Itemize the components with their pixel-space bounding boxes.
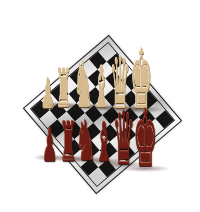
red-pawn: ♟ [41,133,58,158]
red-king: ♚ [131,110,159,169]
natural-rook: ♜ [55,73,74,106]
pieces-layer: ♟♜♞♝♛♚♟♜♞♝♛♚ [0,0,200,212]
chess-set-photo: ♟♜♞♝♛♚♟♜♞♝♛♚ [0,0,200,212]
